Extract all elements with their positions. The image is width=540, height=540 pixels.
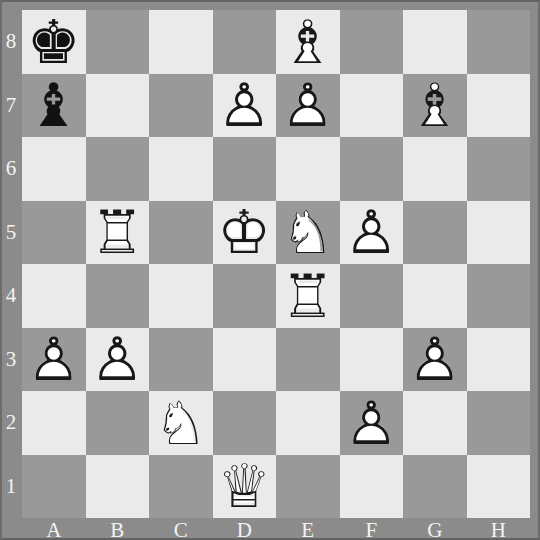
square-e8[interactable]: ♝♗	[276, 10, 340, 74]
rank-label-7: 7	[0, 74, 22, 138]
square-a1[interactable]	[22, 455, 86, 519]
piece-white-pawn-g3[interactable]: ♟♙	[403, 328, 467, 392]
square-b6[interactable]	[86, 137, 150, 201]
square-e2[interactable]	[276, 391, 340, 455]
square-h2[interactable]	[467, 391, 531, 455]
piece-white-queen-d1[interactable]: ♛♕	[213, 455, 277, 519]
square-e6[interactable]	[276, 137, 340, 201]
square-d3[interactable]	[213, 328, 277, 392]
piece-white-pawn-f5[interactable]: ♟♙	[340, 201, 404, 265]
square-f4[interactable]	[340, 264, 404, 328]
piece-white-knight-e5[interactable]: ♞♘	[276, 201, 340, 265]
square-b2[interactable]	[86, 391, 150, 455]
square-d1[interactable]: ♛♕	[213, 455, 277, 519]
square-h4[interactable]	[467, 264, 531, 328]
file-label-c: C	[149, 518, 213, 540]
square-a4[interactable]	[22, 264, 86, 328]
square-g5[interactable]	[403, 201, 467, 265]
square-d5[interactable]: ♚♔	[213, 201, 277, 265]
piece-white-bishop-g7[interactable]: ♝♗	[403, 74, 467, 138]
square-e3[interactable]	[276, 328, 340, 392]
piece-white-knight-c2[interactable]: ♞♘	[149, 391, 213, 455]
rank-label-4: 4	[0, 264, 22, 328]
square-f7[interactable]	[340, 74, 404, 138]
white-rook-icon: ♖	[86, 201, 150, 265]
square-b5[interactable]: ♜♖	[86, 201, 150, 265]
square-f5[interactable]: ♟♙	[340, 201, 404, 265]
file-label-f: F	[340, 518, 404, 540]
file-label-h: H	[467, 518, 531, 540]
square-h3[interactable]	[467, 328, 531, 392]
rank-label-1: 1	[0, 455, 22, 519]
white-pawn-icon: ♙	[340, 391, 404, 455]
white-bishop-icon: ♗	[403, 74, 467, 138]
white-pawn-icon: ♙	[22, 328, 86, 392]
square-b7[interactable]	[86, 74, 150, 138]
black-king-icon: ♚	[22, 10, 86, 74]
rank-label-2: 2	[0, 391, 22, 455]
square-h7[interactable]	[467, 74, 531, 138]
square-d2[interactable]	[213, 391, 277, 455]
piece-white-rook-b5[interactable]: ♜♖	[86, 201, 150, 265]
piece-white-pawn-b3[interactable]: ♟♙	[86, 328, 150, 392]
square-d8[interactable]	[213, 10, 277, 74]
file-label-a: A	[22, 518, 86, 540]
rank-labels: 87654321	[0, 10, 22, 518]
file-label-e: E	[276, 518, 340, 540]
white-queen-icon: ♕	[213, 455, 277, 519]
chess-diagram: 87654321 ♚♝♗♝♟♙♟♙♝♗♜♖♚♔♞♘♟♙♜♖♟♙♟♙♟♙♞♘♟♙♛…	[0, 0, 540, 540]
piece-white-pawn-a3[interactable]: ♟♙	[22, 328, 86, 392]
square-b3[interactable]: ♟♙	[86, 328, 150, 392]
square-g7[interactable]: ♝♗	[403, 74, 467, 138]
square-c8[interactable]	[149, 10, 213, 74]
file-labels: ABCDEFGH	[22, 518, 530, 540]
piece-white-bishop-e8[interactable]: ♝♗	[276, 10, 340, 74]
square-a8[interactable]: ♚	[22, 10, 86, 74]
file-label-b: B	[86, 518, 150, 540]
square-c6[interactable]	[149, 137, 213, 201]
rank-label-6: 6	[0, 137, 22, 201]
square-f3[interactable]	[340, 328, 404, 392]
square-c2[interactable]: ♞♘	[149, 391, 213, 455]
square-c7[interactable]	[149, 74, 213, 138]
square-g6[interactable]	[403, 137, 467, 201]
piece-white-pawn-f2[interactable]: ♟♙	[340, 391, 404, 455]
white-pawn-icon: ♙	[86, 328, 150, 392]
square-d6[interactable]	[213, 137, 277, 201]
square-h6[interactable]	[467, 137, 531, 201]
square-d4[interactable]	[213, 264, 277, 328]
square-c1[interactable]	[149, 455, 213, 519]
rank-label-3: 3	[0, 328, 22, 392]
rank-label-5: 5	[0, 201, 22, 265]
square-h8[interactable]	[467, 10, 531, 74]
square-e7[interactable]: ♟♙	[276, 74, 340, 138]
square-g2[interactable]	[403, 391, 467, 455]
white-pawn-icon: ♙	[403, 328, 467, 392]
square-a6[interactable]	[22, 137, 86, 201]
piece-white-rook-e4[interactable]: ♜♖	[276, 264, 340, 328]
square-f8[interactable]	[340, 10, 404, 74]
white-knight-icon: ♘	[149, 391, 213, 455]
white-pawn-icon: ♙	[340, 201, 404, 265]
white-bishop-icon: ♗	[276, 10, 340, 74]
square-c5[interactable]	[149, 201, 213, 265]
file-label-g: G	[403, 518, 467, 540]
white-king-icon: ♔	[213, 201, 277, 265]
square-c4[interactable]	[149, 264, 213, 328]
white-pawn-icon: ♙	[213, 74, 277, 138]
square-a5[interactable]	[22, 201, 86, 265]
square-a2[interactable]	[22, 391, 86, 455]
square-e1[interactable]	[276, 455, 340, 519]
square-d7[interactable]: ♟♙	[213, 74, 277, 138]
square-e4[interactable]: ♜♖	[276, 264, 340, 328]
square-f6[interactable]	[340, 137, 404, 201]
square-f1[interactable]	[340, 455, 404, 519]
white-rook-icon: ♖	[276, 264, 340, 328]
square-g1[interactable]	[403, 455, 467, 519]
chess-board: ♚♝♗♝♟♙♟♙♝♗♜♖♚♔♞♘♟♙♜♖♟♙♟♙♟♙♞♘♟♙♛♕	[22, 10, 530, 518]
square-c3[interactable]	[149, 328, 213, 392]
piece-black-bishop-a7[interactable]: ♝	[22, 74, 86, 138]
piece-white-king-d5[interactable]: ♚♔	[213, 201, 277, 265]
square-b8[interactable]	[86, 10, 150, 74]
piece-white-pawn-e7[interactable]: ♟♙	[276, 74, 340, 138]
square-a3[interactable]: ♟♙	[22, 328, 86, 392]
square-b1[interactable]	[86, 455, 150, 519]
piece-white-pawn-d7[interactable]: ♟♙	[213, 74, 277, 138]
square-g8[interactable]	[403, 10, 467, 74]
square-g4[interactable]	[403, 264, 467, 328]
square-h5[interactable]	[467, 201, 531, 265]
rank-label-8: 8	[0, 10, 22, 74]
square-h1[interactable]	[467, 455, 531, 519]
white-pawn-icon: ♙	[276, 74, 340, 138]
white-knight-icon: ♘	[276, 201, 340, 265]
square-f2[interactable]: ♟♙	[340, 391, 404, 455]
piece-black-king-a8[interactable]: ♚	[22, 10, 86, 74]
file-label-d: D	[213, 518, 277, 540]
square-b4[interactable]	[86, 264, 150, 328]
square-g3[interactable]: ♟♙	[403, 328, 467, 392]
square-e5[interactable]: ♞♘	[276, 201, 340, 265]
square-a7[interactable]: ♝	[22, 74, 86, 138]
black-bishop-icon: ♝	[22, 74, 86, 138]
